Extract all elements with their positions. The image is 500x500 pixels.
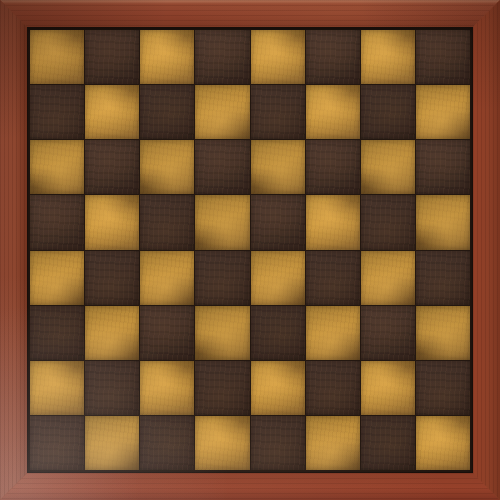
square-d7[interactable]: [195, 85, 249, 139]
square-d8[interactable]: [195, 30, 249, 84]
square-g2[interactable]: [361, 361, 415, 415]
frame-bottom-rail: [0, 473, 500, 500]
square-b6[interactable]: [85, 140, 139, 194]
frame-right-rail: [473, 0, 500, 500]
square-e2[interactable]: [251, 361, 305, 415]
square-c8[interactable]: [140, 30, 194, 84]
square-a1[interactable]: [30, 416, 84, 470]
square-d4[interactable]: [195, 251, 249, 305]
chessboard-photo: [0, 0, 500, 500]
square-f1[interactable]: [306, 416, 360, 470]
square-d3[interactable]: [195, 306, 249, 360]
square-e5[interactable]: [251, 195, 305, 249]
square-h6[interactable]: [416, 140, 470, 194]
square-d5[interactable]: [195, 195, 249, 249]
square-h4[interactable]: [416, 251, 470, 305]
square-e7[interactable]: [251, 85, 305, 139]
square-g5[interactable]: [361, 195, 415, 249]
square-d1[interactable]: [195, 416, 249, 470]
square-e3[interactable]: [251, 306, 305, 360]
frame-left-rail: [0, 0, 27, 500]
square-g8[interactable]: [361, 30, 415, 84]
square-a6[interactable]: [30, 140, 84, 194]
square-f3[interactable]: [306, 306, 360, 360]
square-b8[interactable]: [85, 30, 139, 84]
board-grid: [30, 30, 470, 470]
square-h7[interactable]: [416, 85, 470, 139]
square-a5[interactable]: [30, 195, 84, 249]
square-b1[interactable]: [85, 416, 139, 470]
square-g6[interactable]: [361, 140, 415, 194]
square-e1[interactable]: [251, 416, 305, 470]
square-b4[interactable]: [85, 251, 139, 305]
square-g3[interactable]: [361, 306, 415, 360]
square-e4[interactable]: [251, 251, 305, 305]
square-g1[interactable]: [361, 416, 415, 470]
square-h8[interactable]: [416, 30, 470, 84]
square-c6[interactable]: [140, 140, 194, 194]
square-e6[interactable]: [251, 140, 305, 194]
square-c5[interactable]: [140, 195, 194, 249]
square-h3[interactable]: [416, 306, 470, 360]
square-e8[interactable]: [251, 30, 305, 84]
square-c1[interactable]: [140, 416, 194, 470]
square-a7[interactable]: [30, 85, 84, 139]
square-h2[interactable]: [416, 361, 470, 415]
square-g4[interactable]: [361, 251, 415, 305]
square-h5[interactable]: [416, 195, 470, 249]
square-f2[interactable]: [306, 361, 360, 415]
square-c2[interactable]: [140, 361, 194, 415]
square-g7[interactable]: [361, 85, 415, 139]
square-h1[interactable]: [416, 416, 470, 470]
square-a8[interactable]: [30, 30, 84, 84]
square-a3[interactable]: [30, 306, 84, 360]
square-c3[interactable]: [140, 306, 194, 360]
square-f8[interactable]: [306, 30, 360, 84]
square-f5[interactable]: [306, 195, 360, 249]
square-b5[interactable]: [85, 195, 139, 249]
square-f4[interactable]: [306, 251, 360, 305]
square-b7[interactable]: [85, 85, 139, 139]
square-d6[interactable]: [195, 140, 249, 194]
square-f7[interactable]: [306, 85, 360, 139]
square-c4[interactable]: [140, 251, 194, 305]
square-b3[interactable]: [85, 306, 139, 360]
board-well: [27, 27, 473, 473]
square-a4[interactable]: [30, 251, 84, 305]
square-b2[interactable]: [85, 361, 139, 415]
square-c7[interactable]: [140, 85, 194, 139]
square-a2[interactable]: [30, 361, 84, 415]
square-d2[interactable]: [195, 361, 249, 415]
square-f6[interactable]: [306, 140, 360, 194]
frame-top-rail: [0, 0, 500, 27]
